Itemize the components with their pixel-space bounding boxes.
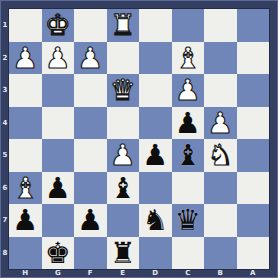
file-label-h: H [9, 269, 42, 277]
piece-white-pawn: ♟ [9, 42, 42, 75]
piece-black-pawn: ♟ [9, 204, 42, 237]
piece-white-pawn: ♟ [204, 107, 237, 140]
square-b7[interactable] [204, 204, 237, 237]
piece-black-queen: ♛ [172, 204, 205, 237]
square-f6[interactable] [74, 172, 107, 205]
piece-black-bishop: ♝ [172, 139, 205, 172]
square-d7[interactable]: ♞ [139, 204, 172, 237]
square-f1[interactable] [74, 9, 107, 42]
square-g2[interactable]: ♟ [42, 42, 75, 75]
piece-white-knight: ♞ [204, 139, 237, 172]
piece-black-pawn: ♟ [139, 139, 172, 172]
piece-white-rook: ♜ [107, 9, 140, 42]
square-b5[interactable]: ♞ [204, 139, 237, 172]
square-f7[interactable]: ♟ [74, 204, 107, 237]
square-h5[interactable] [9, 139, 42, 172]
square-f3[interactable] [74, 74, 107, 107]
rank-label-8: 8 [1, 237, 9, 270]
square-h2[interactable]: ♟ [9, 42, 42, 75]
piece-black-rook: ♜ [107, 237, 140, 270]
square-e2[interactable] [107, 42, 140, 75]
square-f5[interactable] [74, 139, 107, 172]
square-a1[interactable] [237, 9, 270, 42]
square-c4[interactable]: ♟ [172, 107, 205, 140]
square-b2[interactable] [204, 42, 237, 75]
piece-black-pawn: ♟ [172, 107, 205, 140]
file-label-b: B [204, 269, 237, 277]
square-e4[interactable] [107, 107, 140, 140]
file-labels: HGFEDCBA [9, 269, 269, 277]
square-c2[interactable]: ♝ [172, 42, 205, 75]
piece-black-king: ♚ [42, 237, 75, 270]
square-h7[interactable]: ♟ [9, 204, 42, 237]
rank-label-5: 5 [1, 139, 9, 172]
square-a2[interactable] [237, 42, 270, 75]
square-g7[interactable] [42, 204, 75, 237]
piece-white-king: ♚ [42, 9, 75, 42]
square-b6[interactable] [204, 172, 237, 205]
square-e8[interactable]: ♜ [107, 237, 140, 270]
rank-label-1: 1 [1, 9, 9, 42]
square-g1[interactable]: ♚ [42, 9, 75, 42]
square-h3[interactable] [9, 74, 42, 107]
square-b3[interactable] [204, 74, 237, 107]
piece-white-queen: ♛ [107, 74, 140, 107]
rank-label-7: 7 [1, 204, 9, 237]
file-label-e: E [107, 269, 140, 277]
square-d8[interactable] [139, 237, 172, 270]
square-g6[interactable]: ♟ [42, 172, 75, 205]
square-c6[interactable] [172, 172, 205, 205]
rank-label-4: 4 [1, 107, 9, 140]
piece-black-bishop: ♝ [107, 172, 140, 205]
rank-labels: 12345678 [1, 9, 9, 269]
file-label-d: D [139, 269, 172, 277]
rank-label-3: 3 [1, 74, 9, 107]
square-b1[interactable] [204, 9, 237, 42]
chess-board: ♚♜♟♟♟♝♛♟♟♟♟♟♝♞♝♟♝♟♟♞♛♚♜ [9, 9, 269, 269]
file-label-g: G [42, 269, 75, 277]
square-c1[interactable] [172, 9, 205, 42]
square-d4[interactable] [139, 107, 172, 140]
square-b4[interactable]: ♟ [204, 107, 237, 140]
piece-white-pawn: ♟ [172, 74, 205, 107]
square-f8[interactable] [74, 237, 107, 270]
piece-white-pawn: ♟ [42, 42, 75, 75]
rank-label-6: 6 [1, 172, 9, 205]
square-h8[interactable] [9, 237, 42, 270]
square-e1[interactable]: ♜ [107, 9, 140, 42]
square-a7[interactable] [237, 204, 270, 237]
piece-white-pawn: ♟ [107, 139, 140, 172]
square-e5[interactable]: ♟ [107, 139, 140, 172]
square-d2[interactable] [139, 42, 172, 75]
square-e3[interactable]: ♛ [107, 74, 140, 107]
square-f4[interactable] [74, 107, 107, 140]
square-f2[interactable]: ♟ [74, 42, 107, 75]
piece-white-bishop: ♝ [172, 42, 205, 75]
square-g4[interactable] [42, 107, 75, 140]
square-a6[interactable] [237, 172, 270, 205]
square-a4[interactable] [237, 107, 270, 140]
square-d5[interactable]: ♟ [139, 139, 172, 172]
piece-black-pawn: ♟ [42, 172, 75, 205]
square-d1[interactable] [139, 9, 172, 42]
file-label-c: C [172, 269, 205, 277]
rank-label-2: 2 [1, 42, 9, 75]
piece-black-knight: ♞ [139, 204, 172, 237]
square-c5[interactable]: ♝ [172, 139, 205, 172]
square-d3[interactable] [139, 74, 172, 107]
file-label-f: F [74, 269, 107, 277]
piece-black-pawn: ♟ [74, 204, 107, 237]
square-g3[interactable] [42, 74, 75, 107]
square-c8[interactable] [172, 237, 205, 270]
piece-white-pawn: ♟ [74, 42, 107, 75]
square-a5[interactable] [237, 139, 270, 172]
square-h6[interactable]: ♝ [9, 172, 42, 205]
square-h4[interactable] [9, 107, 42, 140]
square-a8[interactable] [237, 237, 270, 270]
square-g8[interactable]: ♚ [42, 237, 75, 270]
square-c7[interactable]: ♛ [172, 204, 205, 237]
square-e6[interactable]: ♝ [107, 172, 140, 205]
square-a3[interactable] [237, 74, 270, 107]
square-d6[interactable] [139, 172, 172, 205]
square-h1[interactable] [9, 9, 42, 42]
board-frame: 12345678 HGFEDCBA ♚♜♟♟♟♝♛♟♟♟♟♟♝♞♝♟♝♟♟♞♛♚… [0, 0, 278, 278]
piece-white-bishop: ♝ [9, 172, 42, 205]
square-b8[interactable] [204, 237, 237, 270]
square-g5[interactable] [42, 139, 75, 172]
square-e7[interactable] [107, 204, 140, 237]
file-label-a: A [237, 269, 270, 277]
square-c3[interactable]: ♟ [172, 74, 205, 107]
